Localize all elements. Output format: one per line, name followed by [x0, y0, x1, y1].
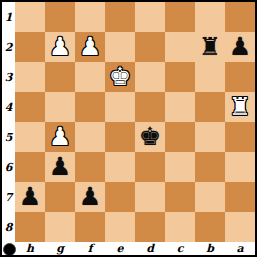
square-g8[interactable]: [45, 212, 75, 242]
square-f7[interactable]: ♟: [75, 182, 105, 212]
square-a4[interactable]: ♜: [225, 92, 255, 122]
square-d2[interactable]: [135, 32, 165, 62]
square-b5[interactable]: [195, 122, 225, 152]
square-a7[interactable]: [225, 182, 255, 212]
square-b4[interactable]: [195, 92, 225, 122]
square-c5[interactable]: [165, 122, 195, 152]
square-d8[interactable]: [135, 212, 165, 242]
square-f3[interactable]: [75, 62, 105, 92]
square-c6[interactable]: [165, 152, 195, 182]
file-label-h: h: [15, 242, 45, 255]
square-c4[interactable]: [165, 92, 195, 122]
square-c3[interactable]: [165, 62, 195, 92]
square-a5[interactable]: [225, 122, 255, 152]
square-a3[interactable]: [225, 62, 255, 92]
square-g2[interactable]: ♟: [45, 32, 75, 62]
square-f6[interactable]: [75, 152, 105, 182]
square-h4[interactable]: [15, 92, 45, 122]
square-a1[interactable]: [225, 2, 255, 32]
white-pawn-g2-piece[interactable]: ♟: [45, 32, 75, 62]
square-e6[interactable]: [105, 152, 135, 182]
square-h6[interactable]: [15, 152, 45, 182]
square-a6[interactable]: [225, 152, 255, 182]
square-c1[interactable]: [165, 2, 195, 32]
rank-label-2: 2: [2, 32, 15, 62]
board: ♟♟♜♟♚♜♟♚♟♟♟: [15, 2, 255, 242]
black-pawn-f7-piece[interactable]: ♟: [75, 182, 105, 212]
white-king-e3-piece[interactable]: ♚: [105, 62, 135, 92]
square-d6[interactable]: [135, 152, 165, 182]
square-f2[interactable]: ♟: [75, 32, 105, 62]
square-d4[interactable]: [135, 92, 165, 122]
square-g3[interactable]: [45, 62, 75, 92]
black-king-d5-piece[interactable]: ♚: [135, 122, 165, 152]
square-h5[interactable]: [15, 122, 45, 152]
square-h3[interactable]: [15, 62, 45, 92]
white-pawn-f2-piece[interactable]: ♟: [75, 32, 105, 62]
square-c7[interactable]: [165, 182, 195, 212]
rank-label-5: 5: [2, 122, 15, 152]
square-a8[interactable]: [225, 212, 255, 242]
square-e8[interactable]: [105, 212, 135, 242]
square-h2[interactable]: [15, 32, 45, 62]
square-e3[interactable]: ♚: [105, 62, 135, 92]
black-pawn-a2-piece[interactable]: ♟: [225, 32, 255, 62]
rank-label-3: 3: [2, 62, 15, 92]
rank-label-7: 7: [2, 182, 15, 212]
square-c8[interactable]: [165, 212, 195, 242]
file-labels: hgfedcba: [15, 242, 255, 255]
square-b7[interactable]: [195, 182, 225, 212]
square-d1[interactable]: [135, 2, 165, 32]
rank-label-8: 8: [2, 212, 15, 242]
square-g1[interactable]: [45, 2, 75, 32]
black-pawn-g6-piece[interactable]: ♟: [45, 152, 75, 182]
square-h8[interactable]: [15, 212, 45, 242]
square-d5[interactable]: ♚: [135, 122, 165, 152]
square-h7[interactable]: ♟: [15, 182, 45, 212]
square-g5[interactable]: ♟: [45, 122, 75, 152]
file-label-a: a: [225, 242, 255, 255]
black-pawn-h7-piece[interactable]: ♟: [15, 182, 45, 212]
rank-label-1: 1: [2, 2, 15, 32]
black-to-move-icon: [3, 243, 16, 256]
square-e4[interactable]: [105, 92, 135, 122]
file-label-g: g: [45, 242, 75, 255]
rank-labels: 12345678: [2, 2, 15, 242]
square-b1[interactable]: [195, 2, 225, 32]
square-g4[interactable]: [45, 92, 75, 122]
file-label-d: d: [135, 242, 165, 255]
square-b2[interactable]: ♜: [195, 32, 225, 62]
rank-label-6: 6: [2, 152, 15, 182]
square-d3[interactable]: [135, 62, 165, 92]
square-f4[interactable]: [75, 92, 105, 122]
square-e2[interactable]: [105, 32, 135, 62]
square-b8[interactable]: [195, 212, 225, 242]
file-label-b: b: [195, 242, 225, 255]
square-b3[interactable]: [195, 62, 225, 92]
black-rook-b2-piece[interactable]: ♜: [195, 32, 225, 62]
white-rook-a4-piece[interactable]: ♜: [225, 92, 255, 122]
file-label-e: e: [105, 242, 135, 255]
rank-label-4: 4: [2, 92, 15, 122]
square-g7[interactable]: [45, 182, 75, 212]
file-label-c: c: [165, 242, 195, 255]
square-h1[interactable]: [15, 2, 45, 32]
square-e7[interactable]: [105, 182, 135, 212]
chess-diagram: 12345678 ♟♟♜♟♚♜♟♚♟♟♟ hgfedcba: [0, 0, 257, 257]
square-e5[interactable]: [105, 122, 135, 152]
square-f5[interactable]: [75, 122, 105, 152]
square-b6[interactable]: [195, 152, 225, 182]
square-c2[interactable]: [165, 32, 195, 62]
square-d7[interactable]: [135, 182, 165, 212]
white-pawn-g5-piece[interactable]: ♟: [45, 122, 75, 152]
square-g6[interactable]: ♟: [45, 152, 75, 182]
square-a2[interactable]: ♟: [225, 32, 255, 62]
file-label-f: f: [75, 242, 105, 255]
square-f1[interactable]: [75, 2, 105, 32]
square-e1[interactable]: [105, 2, 135, 32]
square-f8[interactable]: [75, 212, 105, 242]
